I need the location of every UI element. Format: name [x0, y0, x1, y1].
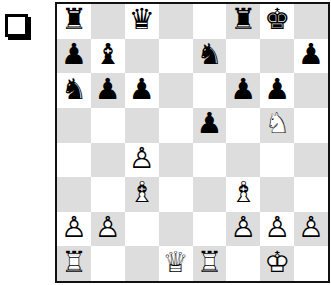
square-f6[interactable]: ♟ [226, 73, 260, 108]
square-c7[interactable] [125, 39, 159, 74]
square-b3[interactable] [91, 177, 125, 212]
piece-black-pawn-f6[interactable]: ♟ [226, 73, 260, 108]
piece-white-pawn-g2[interactable]: ♟♙ [260, 212, 294, 247]
piece-white-knight-g5[interactable]: ♞♘ [260, 108, 294, 143]
square-a2[interactable]: ♟♙ [57, 212, 91, 247]
square-c6[interactable]: ♟ [125, 73, 159, 108]
white-pawn-glyph-outline: ♙ [264, 213, 290, 242]
white-pawn-glyph-outline: ♙ [95, 213, 121, 242]
square-c4[interactable]: ♟♙ [125, 143, 159, 178]
piece-black-bishop-b7[interactable]: ♝ [91, 39, 125, 74]
square-b2[interactable]: ♟♙ [91, 212, 125, 247]
black-pawn-glyph-fill: ♟ [95, 75, 121, 104]
square-f1[interactable] [226, 246, 260, 281]
square-e3[interactable] [193, 177, 227, 212]
piece-white-pawn-a2[interactable]: ♟♙ [57, 212, 91, 247]
black-pawn-glyph-fill: ♟ [196, 110, 222, 139]
piece-black-rook-a8[interactable]: ♜ [57, 4, 91, 39]
piece-white-bishop-f3[interactable]: ♝♗ [226, 177, 260, 212]
square-g7[interactable] [260, 39, 294, 74]
piece-white-queen-d1[interactable]: ♛♕ [159, 246, 193, 281]
white-knight-glyph-fill: ♞ [264, 110, 290, 139]
black-bishop-glyph-fill: ♝ [95, 40, 121, 69]
white-pawn-glyph-outline: ♙ [61, 213, 87, 242]
square-g1[interactable]: ♚♔ [260, 246, 294, 281]
piece-black-queen-c8[interactable]: ♛ [125, 4, 159, 39]
black-pawn-glyph-fill: ♟ [129, 75, 155, 104]
square-h1[interactable] [294, 246, 328, 281]
piece-black-pawn-a7[interactable]: ♟ [57, 39, 91, 74]
square-d4[interactable] [159, 143, 193, 178]
white-king-glyph-fill: ♚ [264, 248, 290, 277]
square-e4[interactable] [193, 143, 227, 178]
square-f5[interactable] [226, 108, 260, 143]
white-pawn-glyph-fill: ♟ [264, 213, 290, 242]
square-b7[interactable]: ♝ [91, 39, 125, 74]
piece-black-pawn-e5[interactable]: ♟ [193, 108, 227, 143]
square-d1[interactable]: ♛♕ [159, 246, 193, 281]
white-bishop-glyph-fill: ♝ [230, 179, 256, 208]
black-pawn-glyph-fill: ♟ [298, 40, 324, 69]
square-a7[interactable]: ♟ [57, 39, 91, 74]
square-h4[interactable] [294, 143, 328, 178]
piece-black-king-g8[interactable]: ♚ [260, 4, 294, 39]
black-pawn-glyph-fill: ♟ [230, 75, 256, 104]
white-rook-glyph-fill: ♜ [61, 248, 87, 277]
square-h5[interactable] [294, 108, 328, 143]
square-e2[interactable] [193, 212, 227, 247]
white-pawn-glyph-outline: ♙ [129, 144, 155, 173]
white-rook-glyph-outline: ♖ [61, 248, 87, 277]
piece-black-pawn-b6[interactable]: ♟ [91, 73, 125, 108]
square-g3[interactable] [260, 177, 294, 212]
piece-white-rook-e1[interactable]: ♜♖ [193, 246, 227, 281]
piece-white-pawn-h2[interactable]: ♟♙ [294, 212, 328, 247]
piece-black-pawn-g6[interactable]: ♟ [260, 73, 294, 108]
square-h7[interactable]: ♟ [294, 39, 328, 74]
square-c8[interactable]: ♛ [125, 4, 159, 39]
piece-white-bishop-c3[interactable]: ♝♗ [125, 177, 159, 212]
piece-black-knight-e7[interactable]: ♞ [193, 39, 227, 74]
black-knight-glyph-fill: ♞ [196, 40, 222, 69]
white-queen-glyph-outline: ♕ [163, 248, 189, 277]
white-pawn-glyph-outline: ♙ [230, 213, 256, 242]
square-g8[interactable]: ♚ [260, 4, 294, 39]
black-pawn-glyph-fill: ♟ [264, 75, 290, 104]
square-e5[interactable]: ♟ [193, 108, 227, 143]
white-pawn-glyph-fill: ♟ [230, 213, 256, 242]
white-to-move-indicator [5, 14, 28, 37]
black-rook-glyph-fill: ♜ [230, 6, 256, 35]
square-c3[interactable]: ♝♗ [125, 177, 159, 212]
square-c5[interactable] [125, 108, 159, 143]
white-pawn-glyph-fill: ♟ [129, 144, 155, 173]
square-f7[interactable] [226, 39, 260, 74]
piece-black-pawn-h7[interactable]: ♟ [294, 39, 328, 74]
piece-white-rook-a1[interactable]: ♜♖ [57, 246, 91, 281]
square-a8[interactable]: ♜ [57, 4, 91, 39]
square-c1[interactable] [125, 246, 159, 281]
square-d2[interactable] [159, 212, 193, 247]
square-e8[interactable] [193, 4, 227, 39]
white-rook-glyph-fill: ♜ [196, 248, 222, 277]
white-bishop-glyph-outline: ♗ [230, 179, 256, 208]
square-d8[interactable] [159, 4, 193, 39]
square-d5[interactable] [159, 108, 193, 143]
piece-white-pawn-f2[interactable]: ♟♙ [226, 212, 260, 247]
square-a3[interactable] [57, 177, 91, 212]
square-g5[interactable]: ♞♘ [260, 108, 294, 143]
square-h3[interactable] [294, 177, 328, 212]
white-rook-glyph-outline: ♖ [196, 248, 222, 277]
square-c2[interactable] [125, 212, 159, 247]
black-knight-glyph-fill: ♞ [61, 75, 87, 104]
white-bishop-glyph-outline: ♗ [129, 179, 155, 208]
square-d7[interactable] [159, 39, 193, 74]
white-pawn-glyph-outline: ♙ [298, 213, 324, 242]
square-d6[interactable] [159, 73, 193, 108]
square-f3[interactable]: ♝♗ [226, 177, 260, 212]
white-pawn-glyph-fill: ♟ [298, 213, 324, 242]
square-h8[interactable] [294, 4, 328, 39]
piece-white-king-g1[interactable]: ♚♔ [260, 246, 294, 281]
square-b5[interactable] [91, 108, 125, 143]
white-queen-glyph-fill: ♛ [163, 248, 189, 277]
square-g2[interactable]: ♟♙ [260, 212, 294, 247]
square-h6[interactable] [294, 73, 328, 108]
square-a4[interactable] [57, 143, 91, 178]
black-rook-glyph-fill: ♜ [61, 6, 87, 35]
square-d3[interactable] [159, 177, 193, 212]
chess-board: ♜♛♜♚♟♝♞♟♞♟♟♟♟♟♞♘♟♙♝♗♝♗♟♙♟♙♟♙♟♙♟♙♜♖♛♕♜♖♚♔ [55, 2, 330, 283]
square-a1[interactable]: ♜♖ [57, 246, 91, 281]
square-g6[interactable]: ♟ [260, 73, 294, 108]
piece-black-pawn-c6[interactable]: ♟ [125, 73, 159, 108]
square-e1[interactable]: ♜♖ [193, 246, 227, 281]
square-e6[interactable] [193, 73, 227, 108]
piece-white-pawn-c4[interactable]: ♟♙ [125, 143, 159, 178]
white-bishop-glyph-fill: ♝ [129, 179, 155, 208]
piece-black-knight-a6[interactable]: ♞ [57, 73, 91, 108]
square-f2[interactable]: ♟♙ [226, 212, 260, 247]
square-b6[interactable]: ♟ [91, 73, 125, 108]
square-g4[interactable] [260, 143, 294, 178]
square-a5[interactable] [57, 108, 91, 143]
square-e7[interactable]: ♞ [193, 39, 227, 74]
black-king-glyph-fill: ♚ [264, 6, 290, 35]
square-a6[interactable]: ♞ [57, 73, 91, 108]
piece-white-pawn-b2[interactable]: ♟♙ [91, 212, 125, 247]
white-knight-glyph-outline: ♘ [264, 110, 290, 139]
white-pawn-glyph-fill: ♟ [61, 213, 87, 242]
white-pawn-glyph-fill: ♟ [95, 213, 121, 242]
white-king-glyph-outline: ♔ [264, 248, 290, 277]
square-b8[interactable] [91, 4, 125, 39]
square-b1[interactable] [91, 246, 125, 281]
black-pawn-glyph-fill: ♟ [61, 40, 87, 69]
square-f4[interactable] [226, 143, 260, 178]
square-h2[interactable]: ♟♙ [294, 212, 328, 247]
square-b4[interactable] [91, 143, 125, 178]
black-queen-glyph-fill: ♛ [129, 6, 155, 35]
square-f8[interactable]: ♜ [226, 4, 260, 39]
piece-black-rook-f8[interactable]: ♜ [226, 4, 260, 39]
